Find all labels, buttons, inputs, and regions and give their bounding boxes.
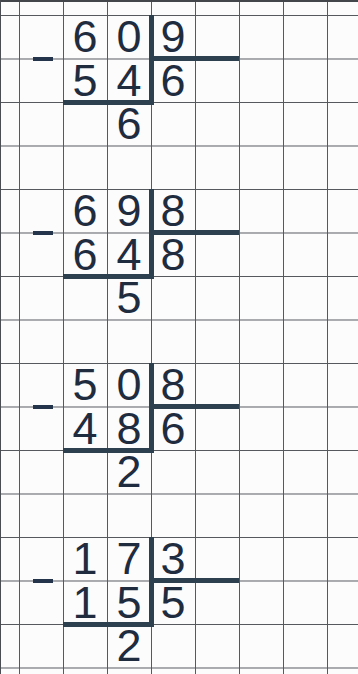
- divisor: 3: [151, 537, 195, 581]
- quotient: 6: [151, 407, 195, 451]
- dividend-tens: 5: [63, 363, 107, 407]
- dividend-tens: 6: [63, 189, 107, 233]
- dividend-tens: 6: [63, 15, 107, 59]
- remainder: 5: [107, 276, 151, 320]
- division-problem-3: 5 0 8 4 8 6 2: [0, 363, 358, 494]
- squared-paper-sheet: 6 0 9 5 4 6 6 6 9 8 6 4 8 5 5 0 8 4 8 6 …: [0, 0, 358, 674]
- subtrahend-tens: 4: [63, 407, 107, 451]
- quotient: 5: [151, 581, 195, 625]
- divisor: 8: [151, 363, 195, 407]
- division-problem-4: 1 7 3 1 5 5 2: [0, 537, 358, 668]
- subtrahend-units: 5: [107, 581, 151, 625]
- crop-edge-top: [0, 0, 358, 2]
- remainder: 2: [107, 624, 151, 668]
- minus-sign-icon: [33, 579, 53, 583]
- remainder: 2: [107, 450, 151, 494]
- subtrahend-tens: 1: [63, 581, 107, 625]
- remainder: 6: [107, 102, 151, 146]
- quotient: 8: [151, 233, 195, 277]
- dividend-tens: 1: [63, 537, 107, 581]
- quotient: 6: [151, 59, 195, 103]
- minus-sign-icon: [33, 405, 53, 409]
- subtrahend-units: 8: [107, 407, 151, 451]
- divisor: 9: [151, 15, 195, 59]
- subtrahend-tens: 5: [63, 59, 107, 103]
- dividend-units: 7: [107, 537, 151, 581]
- minus-sign-icon: [33, 57, 53, 61]
- minus-sign-icon: [33, 231, 53, 235]
- divisor: 8: [151, 189, 195, 233]
- dividend-units: 9: [107, 189, 151, 233]
- dividend-units: 0: [107, 363, 151, 407]
- subtrahend-tens: 6: [63, 233, 107, 277]
- dividend-units: 0: [107, 15, 151, 59]
- subtrahend-units: 4: [107, 233, 151, 277]
- subtrahend-units: 4: [107, 59, 151, 103]
- division-problem-1: 6 0 9 5 4 6 6: [0, 15, 358, 146]
- division-problem-2: 6 9 8 6 4 8 5: [0, 189, 358, 320]
